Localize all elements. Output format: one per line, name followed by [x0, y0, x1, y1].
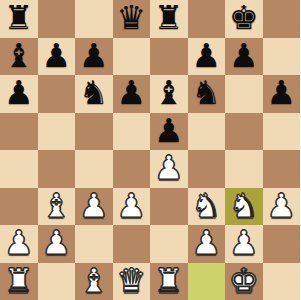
white-pawn[interactable]: ♟ — [79, 189, 109, 222]
black-knight[interactable]: ♞ — [191, 76, 221, 109]
square-c1[interactable]: ♝ — [75, 263, 113, 300]
square-d2[interactable] — [113, 225, 151, 263]
black-rook[interactable]: ♜ — [154, 1, 184, 34]
square-d8[interactable]: ♛ — [113, 0, 151, 38]
white-pawn[interactable]: ♟ — [191, 226, 221, 259]
black-rook[interactable]: ♜ — [4, 1, 34, 34]
square-f5[interactable] — [188, 113, 226, 151]
square-f1[interactable] — [188, 263, 226, 300]
square-f4[interactable] — [188, 150, 226, 188]
square-h7[interactable] — [263, 38, 301, 76]
square-h5[interactable] — [263, 113, 301, 151]
black-pawn[interactable]: ♟ — [79, 39, 109, 72]
square-g1[interactable]: ♚ — [225, 263, 263, 300]
black-pawn[interactable]: ♟ — [116, 76, 146, 109]
square-b3[interactable]: ♝ — [38, 188, 76, 226]
white-pawn[interactable]: ♟ — [4, 226, 34, 259]
square-h3[interactable]: ♟ — [263, 188, 301, 226]
square-f2[interactable]: ♟ — [188, 225, 226, 263]
square-b1[interactable] — [38, 263, 76, 300]
square-g4[interactable] — [225, 150, 263, 188]
square-e2[interactable] — [150, 225, 188, 263]
black-queen[interactable]: ♛ — [116, 1, 146, 34]
white-pawn[interactable]: ♟ — [154, 151, 184, 184]
square-f6[interactable]: ♞ — [188, 75, 226, 113]
square-b7[interactable]: ♟ — [38, 38, 76, 76]
square-e1[interactable]: ♜ — [150, 263, 188, 300]
black-pawn[interactable]: ♟ — [266, 76, 296, 109]
square-h4[interactable] — [263, 150, 301, 188]
square-a4[interactable] — [0, 150, 38, 188]
square-c3[interactable]: ♟ — [75, 188, 113, 226]
square-d7[interactable] — [113, 38, 151, 76]
square-a1[interactable]: ♜ — [0, 263, 38, 300]
square-b5[interactable] — [38, 113, 76, 151]
square-g7[interactable]: ♟ — [225, 38, 263, 76]
square-e7[interactable] — [150, 38, 188, 76]
square-e6[interactable]: ♝ — [150, 75, 188, 113]
square-h1[interactable] — [263, 263, 301, 300]
square-g6[interactable] — [225, 75, 263, 113]
square-a8[interactable]: ♜ — [0, 0, 38, 38]
square-a3[interactable] — [0, 188, 38, 226]
square-f8[interactable] — [188, 0, 226, 38]
square-c5[interactable] — [75, 113, 113, 151]
square-e5[interactable]: ♟ — [150, 113, 188, 151]
chess-board: ♜♛♜♚♝♟♟♟♟♟♞♟♝♞♟♟♟♝♟♟♞♞♟♟♟♟♟♜♝♛♜♚ — [0, 0, 300, 300]
square-b8[interactable] — [38, 0, 76, 38]
square-c6[interactable]: ♞ — [75, 75, 113, 113]
square-e4[interactable]: ♟ — [150, 150, 188, 188]
square-b6[interactable] — [38, 75, 76, 113]
square-a6[interactable]: ♟ — [0, 75, 38, 113]
white-pawn[interactable]: ♟ — [266, 189, 296, 222]
square-g8[interactable]: ♚ — [225, 0, 263, 38]
black-knight[interactable]: ♞ — [79, 76, 109, 109]
black-pawn[interactable]: ♟ — [191, 39, 221, 72]
black-pawn[interactable]: ♟ — [4, 76, 34, 109]
square-h6[interactable]: ♟ — [263, 75, 301, 113]
white-rook[interactable]: ♜ — [4, 264, 34, 297]
square-d1[interactable]: ♛ — [113, 263, 151, 300]
black-bishop[interactable]: ♝ — [4, 39, 34, 72]
square-a2[interactable]: ♟ — [0, 225, 38, 263]
square-a7[interactable]: ♝ — [0, 38, 38, 76]
square-h8[interactable] — [263, 0, 301, 38]
square-g3[interactable]: ♞ — [225, 188, 263, 226]
square-g2[interactable]: ♟ — [225, 225, 263, 263]
black-pawn[interactable]: ♟ — [154, 114, 184, 147]
square-c2[interactable] — [75, 225, 113, 263]
white-king[interactable]: ♚ — [229, 264, 259, 297]
white-queen[interactable]: ♛ — [116, 264, 146, 297]
white-bishop[interactable]: ♝ — [79, 264, 109, 297]
square-c8[interactable] — [75, 0, 113, 38]
white-pawn[interactable]: ♟ — [229, 226, 259, 259]
white-pawn[interactable]: ♟ — [41, 226, 71, 259]
white-knight[interactable]: ♞ — [229, 189, 259, 222]
square-f3[interactable]: ♞ — [188, 188, 226, 226]
black-pawn[interactable]: ♟ — [41, 39, 71, 72]
black-pawn[interactable]: ♟ — [229, 39, 259, 72]
white-pawn[interactable]: ♟ — [116, 189, 146, 222]
white-bishop[interactable]: ♝ — [41, 189, 71, 222]
square-d3[interactable]: ♟ — [113, 188, 151, 226]
square-c4[interactable] — [75, 150, 113, 188]
square-b4[interactable] — [38, 150, 76, 188]
square-e3[interactable] — [150, 188, 188, 226]
square-d6[interactable]: ♟ — [113, 75, 151, 113]
square-e8[interactable]: ♜ — [150, 0, 188, 38]
square-d4[interactable] — [113, 150, 151, 188]
black-king[interactable]: ♚ — [229, 1, 259, 34]
square-a5[interactable] — [0, 113, 38, 151]
square-b2[interactable]: ♟ — [38, 225, 76, 263]
square-c7[interactable]: ♟ — [75, 38, 113, 76]
white-rook[interactable]: ♜ — [154, 264, 184, 297]
square-d5[interactable] — [113, 113, 151, 151]
square-f7[interactable]: ♟ — [188, 38, 226, 76]
square-h2[interactable] — [263, 225, 301, 263]
white-knight[interactable]: ♞ — [191, 189, 221, 222]
square-g5[interactable] — [225, 113, 263, 151]
black-bishop[interactable]: ♝ — [154, 76, 184, 109]
